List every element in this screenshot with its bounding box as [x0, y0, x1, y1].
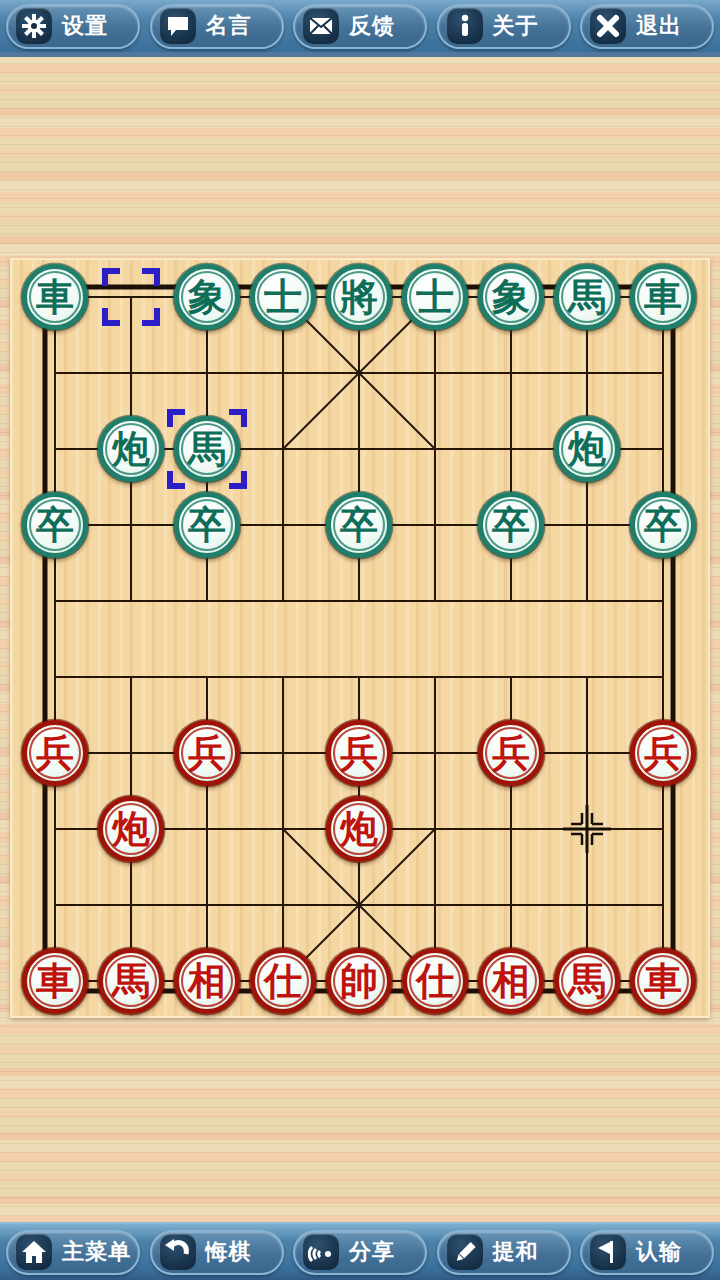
piece-glyph: 炮 — [112, 430, 150, 468]
piece-glyph: 相 — [492, 962, 530, 1000]
piece-glyph: 卒 — [36, 506, 74, 544]
piece-glyph: 卒 — [492, 506, 530, 544]
red-piece-仕[interactable]: 仕 — [250, 948, 316, 1014]
close-icon — [590, 8, 626, 44]
piece-glyph: 兵 — [340, 734, 378, 772]
toolbar-button-退出[interactable]: 退出 — [580, 4, 714, 49]
piece-glyph: 仕 — [264, 962, 302, 1000]
toolbar-button-提和[interactable]: 提和 — [437, 1230, 571, 1275]
top-toolbar: 设置名言反馈关于退出 — [0, 0, 720, 57]
black-piece-卒[interactable]: 卒 — [326, 492, 392, 558]
red-piece-馬[interactable]: 馬 — [98, 948, 164, 1014]
red-piece-馬[interactable]: 馬 — [554, 948, 620, 1014]
black-piece-炮[interactable]: 炮 — [554, 416, 620, 482]
piece-glyph: 馬 — [112, 962, 150, 1000]
chat-bubble-icon — [160, 8, 196, 44]
red-piece-車[interactable]: 車 — [630, 948, 696, 1014]
red-piece-兵[interactable]: 兵 — [630, 720, 696, 786]
toolbar-button-认输[interactable]: 认输 — [580, 1230, 714, 1275]
piece-glyph: 馬 — [188, 430, 226, 468]
piece-glyph: 馬 — [568, 278, 606, 316]
toolbar-button-label: 退出 — [636, 11, 682, 41]
piece-glyph: 車 — [644, 278, 682, 316]
piece-glyph: 馬 — [568, 962, 606, 1000]
black-piece-士[interactable]: 士 — [250, 264, 316, 330]
toolbar-button-label: 分享 — [349, 1237, 395, 1267]
bottom-toolbar: 主菜单悔棋分享提和认输 — [0, 1222, 720, 1280]
envelope-icon — [303, 8, 339, 44]
toolbar-button-反馈[interactable]: 反馈 — [293, 4, 427, 49]
toolbar-button-主菜单[interactable]: 主菜单 — [6, 1230, 140, 1275]
toolbar-button-名言[interactable]: 名言 — [150, 4, 284, 49]
share-icon — [303, 1234, 339, 1270]
piece-glyph: 士 — [416, 278, 454, 316]
toolbar-button-分享[interactable]: 分享 — [293, 1230, 427, 1275]
piece-glyph: 炮 — [568, 430, 606, 468]
red-piece-車[interactable]: 車 — [22, 948, 88, 1014]
black-piece-馬[interactable]: 馬 — [174, 416, 240, 482]
toolbar-button-label: 提和 — [493, 1237, 539, 1267]
piece-glyph: 兵 — [188, 734, 226, 772]
toolbar-button-悔棋[interactable]: 悔棋 — [150, 1230, 284, 1275]
xiangqi-board[interactable]: 車象士將士象馬車炮馬炮卒卒卒卒卒兵兵兵兵兵炮炮車馬相仕帥仕相馬車 — [10, 258, 710, 1018]
black-piece-車[interactable]: 車 — [630, 264, 696, 330]
undo-icon — [160, 1234, 196, 1270]
red-piece-兵[interactable]: 兵 — [478, 720, 544, 786]
piece-glyph: 象 — [188, 278, 226, 316]
piece-glyph: 卒 — [188, 506, 226, 544]
black-piece-馬[interactable]: 馬 — [554, 264, 620, 330]
black-piece-卒[interactable]: 卒 — [630, 492, 696, 558]
toolbar-button-label: 名言 — [206, 11, 252, 41]
black-piece-士[interactable]: 士 — [402, 264, 468, 330]
piece-glyph: 兵 — [492, 734, 530, 772]
red-piece-帥[interactable]: 帥 — [326, 948, 392, 1014]
red-piece-相[interactable]: 相 — [174, 948, 240, 1014]
black-piece-車[interactable]: 車 — [22, 264, 88, 330]
piece-glyph: 卒 — [644, 506, 682, 544]
board-grid — [10, 258, 710, 1018]
piece-glyph: 相 — [188, 962, 226, 1000]
gear-icon — [16, 8, 52, 44]
toolbar-button-label: 关于 — [493, 11, 539, 41]
red-piece-兵[interactable]: 兵 — [174, 720, 240, 786]
toolbar-button-label: 认输 — [636, 1237, 682, 1267]
black-piece-象[interactable]: 象 — [174, 264, 240, 330]
piece-glyph: 炮 — [340, 810, 378, 848]
black-piece-卒[interactable]: 卒 — [478, 492, 544, 558]
piece-glyph: 仕 — [416, 962, 454, 1000]
piece-glyph: 帥 — [340, 962, 378, 1000]
piece-glyph: 將 — [340, 278, 378, 316]
piece-glyph: 卒 — [340, 506, 378, 544]
toolbar-button-label: 设置 — [62, 11, 108, 41]
piece-glyph: 車 — [36, 962, 74, 1000]
toolbar-button-label: 悔棋 — [206, 1237, 252, 1267]
toolbar-button-label: 反馈 — [349, 11, 395, 41]
piece-glyph: 兵 — [644, 734, 682, 772]
black-piece-將[interactable]: 將 — [326, 264, 392, 330]
red-piece-兵[interactable]: 兵 — [326, 720, 392, 786]
black-piece-卒[interactable]: 卒 — [22, 492, 88, 558]
piece-glyph: 兵 — [36, 734, 74, 772]
home-icon — [16, 1234, 52, 1270]
toolbar-button-设置[interactable]: 设置 — [6, 4, 140, 49]
black-piece-炮[interactable]: 炮 — [98, 416, 164, 482]
black-piece-象[interactable]: 象 — [478, 264, 544, 330]
piece-glyph: 車 — [36, 278, 74, 316]
flag-icon — [590, 1234, 626, 1270]
piece-glyph: 象 — [492, 278, 530, 316]
piece-glyph: 車 — [644, 962, 682, 1000]
black-piece-卒[interactable]: 卒 — [174, 492, 240, 558]
toolbar-button-label: 主菜单 — [62, 1237, 131, 1267]
red-piece-仕[interactable]: 仕 — [402, 948, 468, 1014]
toolbar-button-关于[interactable]: 关于 — [437, 4, 571, 49]
piece-glyph: 炮 — [112, 810, 150, 848]
red-piece-相[interactable]: 相 — [478, 948, 544, 1014]
info-icon — [447, 8, 483, 44]
piece-glyph: 士 — [264, 278, 302, 316]
red-piece-炮[interactable]: 炮 — [98, 796, 164, 862]
red-piece-兵[interactable]: 兵 — [22, 720, 88, 786]
red-piece-炮[interactable]: 炮 — [326, 796, 392, 862]
pencil-icon — [447, 1234, 483, 1270]
